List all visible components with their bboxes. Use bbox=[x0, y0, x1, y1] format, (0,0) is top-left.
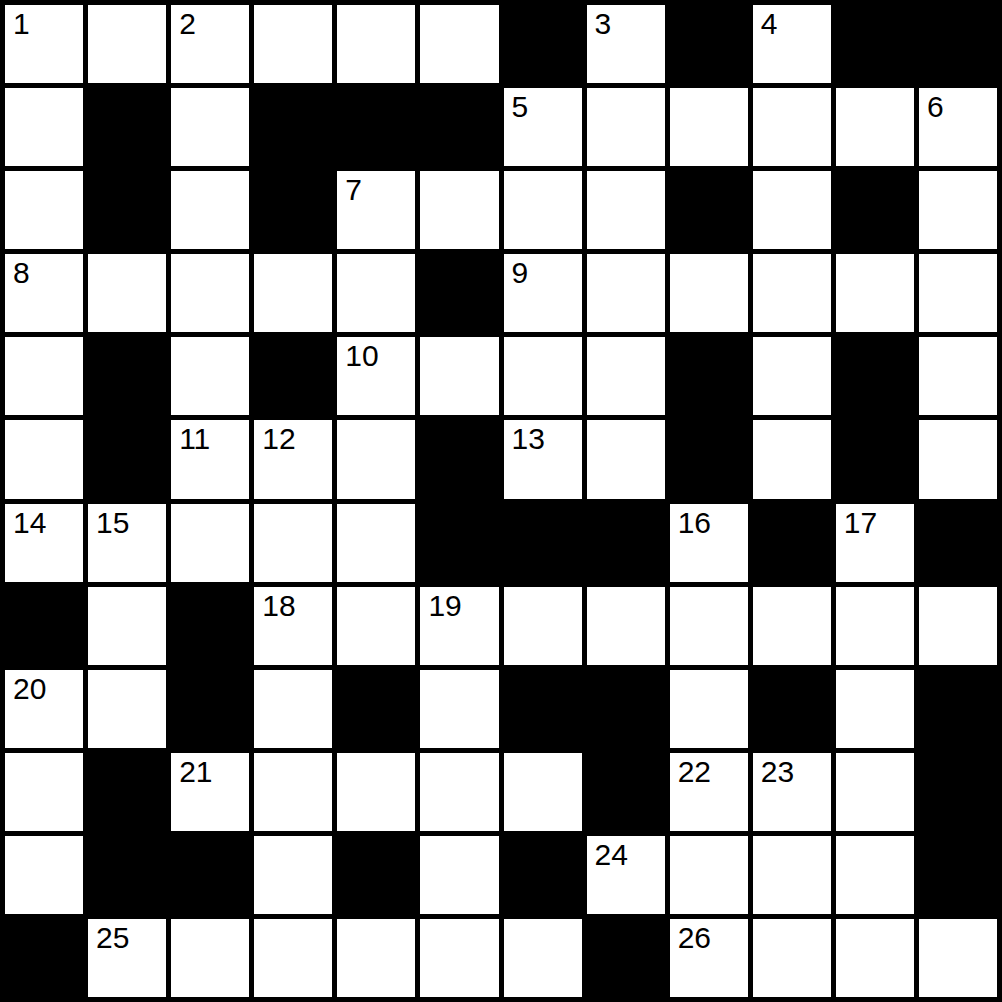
blocked-cell bbox=[88, 836, 166, 914]
letter-cell[interactable] bbox=[919, 254, 997, 332]
letter-cell[interactable] bbox=[919, 171, 997, 249]
letter-cell[interactable] bbox=[88, 587, 166, 665]
blocked-cell bbox=[836, 171, 914, 249]
clue-number: 4 bbox=[761, 9, 778, 39]
clue-number: 14 bbox=[13, 508, 46, 538]
letter-cell[interactable] bbox=[753, 919, 831, 997]
clue-number: 20 bbox=[13, 674, 46, 704]
letter-cell[interactable] bbox=[504, 753, 582, 831]
letter-cell[interactable]: 18 bbox=[254, 587, 332, 665]
letter-cell[interactable] bbox=[254, 5, 332, 83]
blocked-cell bbox=[337, 836, 415, 914]
letter-cell[interactable] bbox=[587, 171, 665, 249]
letter-cell[interactable]: 24 bbox=[587, 836, 665, 914]
letter-cell[interactable] bbox=[836, 919, 914, 997]
letter-cell[interactable]: 15 bbox=[88, 504, 166, 582]
blocked-cell bbox=[504, 670, 582, 748]
clue-number: 7 bbox=[345, 175, 362, 205]
letter-cell[interactable] bbox=[5, 88, 83, 166]
clue-number: 10 bbox=[345, 341, 378, 371]
blocked-cell bbox=[88, 171, 166, 249]
letter-cell[interactable] bbox=[420, 171, 498, 249]
letter-cell[interactable]: 10 bbox=[337, 337, 415, 415]
blocked-cell bbox=[919, 836, 997, 914]
letter-cell[interactable] bbox=[836, 587, 914, 665]
blocked-cell bbox=[504, 504, 582, 582]
letter-cell[interactable] bbox=[836, 88, 914, 166]
letter-cell[interactable] bbox=[587, 254, 665, 332]
clue-number: 5 bbox=[512, 92, 529, 122]
letter-cell[interactable]: 4 bbox=[753, 5, 831, 83]
letter-cell[interactable] bbox=[670, 254, 748, 332]
letter-cell[interactable] bbox=[171, 88, 249, 166]
letter-cell[interactable] bbox=[171, 337, 249, 415]
clue-number: 22 bbox=[678, 757, 711, 787]
letter-cell[interactable] bbox=[254, 254, 332, 332]
letter-cell[interactable] bbox=[254, 919, 332, 997]
letter-cell[interactable]: 22 bbox=[670, 753, 748, 831]
blocked-cell bbox=[5, 587, 83, 665]
blocked-cell bbox=[836, 5, 914, 83]
letter-cell[interactable] bbox=[254, 670, 332, 748]
letter-cell[interactable] bbox=[5, 753, 83, 831]
letter-cell[interactable] bbox=[836, 254, 914, 332]
clue-number: 9 bbox=[512, 258, 529, 288]
blocked-cell bbox=[587, 753, 665, 831]
letter-cell[interactable] bbox=[337, 420, 415, 498]
blocked-cell bbox=[254, 171, 332, 249]
blocked-cell bbox=[670, 171, 748, 249]
blocked-cell bbox=[919, 5, 997, 83]
letter-cell[interactable] bbox=[420, 919, 498, 997]
blocked-cell bbox=[587, 504, 665, 582]
clue-number: 21 bbox=[179, 757, 212, 787]
letter-cell[interactable] bbox=[337, 5, 415, 83]
letter-cell[interactable]: 7 bbox=[337, 171, 415, 249]
letter-cell[interactable] bbox=[670, 670, 748, 748]
clue-number: 15 bbox=[96, 508, 129, 538]
letter-cell[interactable] bbox=[753, 587, 831, 665]
clue-number: 11 bbox=[179, 424, 210, 454]
blocked-cell bbox=[254, 337, 332, 415]
letter-cell[interactable]: 9 bbox=[504, 254, 582, 332]
letter-cell[interactable] bbox=[753, 836, 831, 914]
letter-cell[interactable] bbox=[836, 670, 914, 748]
letter-cell[interactable] bbox=[254, 836, 332, 914]
letter-cell[interactable]: 8 bbox=[5, 254, 83, 332]
letter-cell[interactable] bbox=[919, 337, 997, 415]
clue-number: 23 bbox=[761, 757, 794, 787]
blocked-cell bbox=[88, 88, 166, 166]
blocked-cell bbox=[420, 420, 498, 498]
blocked-cell bbox=[919, 753, 997, 831]
blocked-cell bbox=[171, 670, 249, 748]
letter-cell[interactable] bbox=[753, 420, 831, 498]
blocked-cell bbox=[337, 670, 415, 748]
blocked-cell bbox=[587, 670, 665, 748]
letter-cell[interactable] bbox=[5, 171, 83, 249]
blocked-cell bbox=[420, 504, 498, 582]
letter-cell[interactable]: 23 bbox=[753, 753, 831, 831]
letter-cell[interactable] bbox=[171, 171, 249, 249]
blocked-cell bbox=[254, 88, 332, 166]
clue-number: 16 bbox=[678, 508, 711, 538]
letter-cell[interactable] bbox=[254, 504, 332, 582]
letter-cell[interactable] bbox=[171, 254, 249, 332]
letter-cell[interactable] bbox=[587, 587, 665, 665]
letter-cell[interactable]: 13 bbox=[504, 420, 582, 498]
blocked-cell bbox=[88, 420, 166, 498]
clue-number: 26 bbox=[678, 923, 711, 953]
blocked-cell bbox=[420, 254, 498, 332]
letter-cell[interactable]: 5 bbox=[504, 88, 582, 166]
blocked-cell bbox=[171, 836, 249, 914]
letter-cell[interactable] bbox=[587, 337, 665, 415]
clue-number: 13 bbox=[512, 424, 545, 454]
letter-cell[interactable]: 2 bbox=[171, 5, 249, 83]
letter-cell[interactable] bbox=[88, 254, 166, 332]
blocked-cell bbox=[670, 420, 748, 498]
letter-cell[interactable] bbox=[753, 88, 831, 166]
letter-cell[interactable] bbox=[670, 587, 748, 665]
letter-cell[interactable] bbox=[670, 836, 748, 914]
blocked-cell bbox=[836, 337, 914, 415]
letter-cell[interactable] bbox=[504, 587, 582, 665]
letter-cell[interactable] bbox=[753, 337, 831, 415]
letter-cell[interactable]: 21 bbox=[171, 753, 249, 831]
blocked-cell bbox=[753, 670, 831, 748]
letter-cell[interactable] bbox=[504, 171, 582, 249]
blocked-cell bbox=[88, 753, 166, 831]
letter-cell[interactable] bbox=[753, 254, 831, 332]
clue-number: 19 bbox=[428, 591, 461, 621]
blocked-cell bbox=[753, 504, 831, 582]
blocked-cell bbox=[504, 836, 582, 914]
letter-cell[interactable] bbox=[504, 337, 582, 415]
blocked-cell bbox=[88, 337, 166, 415]
letter-cell[interactable] bbox=[337, 753, 415, 831]
letter-cell[interactable] bbox=[171, 919, 249, 997]
letter-cell[interactable]: 1 bbox=[5, 5, 83, 83]
clue-number: 6 bbox=[927, 92, 944, 122]
letter-cell[interactable]: 14 bbox=[5, 504, 83, 582]
clue-number: 24 bbox=[595, 840, 628, 870]
letter-cell[interactable]: 19 bbox=[420, 587, 498, 665]
letter-cell[interactable] bbox=[919, 587, 997, 665]
letter-cell[interactable] bbox=[337, 254, 415, 332]
letter-cell[interactable]: 3 bbox=[587, 5, 665, 83]
letter-cell[interactable] bbox=[836, 836, 914, 914]
letter-cell[interactable] bbox=[337, 587, 415, 665]
letter-cell[interactable] bbox=[420, 753, 498, 831]
letter-cell[interactable] bbox=[587, 88, 665, 166]
letter-cell[interactable] bbox=[5, 420, 83, 498]
clue-number: 12 bbox=[262, 424, 295, 454]
crossword-board: 1234567891011121314151617181920212223242… bbox=[0, 0, 1002, 1002]
clue-number: 18 bbox=[262, 591, 295, 621]
letter-cell[interactable] bbox=[753, 171, 831, 249]
clue-number: 25 bbox=[96, 923, 129, 953]
blocked-cell bbox=[171, 587, 249, 665]
blocked-cell bbox=[504, 5, 582, 83]
letter-cell[interactable]: 17 bbox=[836, 504, 914, 582]
letter-cell[interactable] bbox=[88, 5, 166, 83]
letter-cell[interactable] bbox=[587, 420, 665, 498]
clue-number: 17 bbox=[844, 508, 877, 538]
blocked-cell bbox=[587, 919, 665, 997]
letter-cell[interactable] bbox=[420, 337, 498, 415]
clue-number: 2 bbox=[179, 9, 196, 39]
blocked-cell bbox=[337, 88, 415, 166]
letter-cell[interactable] bbox=[171, 504, 249, 582]
letter-cell[interactable]: 20 bbox=[5, 670, 83, 748]
blocked-cell bbox=[836, 420, 914, 498]
letter-cell[interactable]: 26 bbox=[670, 919, 748, 997]
letter-cell[interactable] bbox=[836, 753, 914, 831]
blocked-cell bbox=[919, 504, 997, 582]
clue-number: 8 bbox=[13, 258, 30, 288]
blocked-cell bbox=[5, 919, 83, 997]
letter-cell[interactable] bbox=[5, 836, 83, 914]
letter-cell[interactable] bbox=[670, 88, 748, 166]
letter-cell[interactable]: 12 bbox=[254, 420, 332, 498]
letter-cell[interactable] bbox=[919, 420, 997, 498]
letter-cell[interactable] bbox=[919, 919, 997, 997]
blocked-cell bbox=[420, 88, 498, 166]
blocked-cell bbox=[670, 5, 748, 83]
letter-cell[interactable] bbox=[420, 5, 498, 83]
letter-cell[interactable] bbox=[420, 836, 498, 914]
clue-number: 1 bbox=[13, 9, 30, 39]
letter-cell[interactable]: 11 bbox=[171, 420, 249, 498]
letter-cell[interactable]: 25 bbox=[88, 919, 166, 997]
letter-cell[interactable]: 6 bbox=[919, 88, 997, 166]
letter-cell[interactable] bbox=[420, 670, 498, 748]
letter-cell[interactable] bbox=[504, 919, 582, 997]
clue-number: 3 bbox=[595, 9, 612, 39]
letter-cell[interactable]: 16 bbox=[670, 504, 748, 582]
letter-cell[interactable] bbox=[5, 337, 83, 415]
letter-cell[interactable] bbox=[337, 919, 415, 997]
blocked-cell bbox=[670, 337, 748, 415]
blocked-cell bbox=[919, 670, 997, 748]
letter-cell[interactable] bbox=[337, 504, 415, 582]
letter-cell[interactable] bbox=[88, 670, 166, 748]
letter-cell[interactable] bbox=[254, 753, 332, 831]
